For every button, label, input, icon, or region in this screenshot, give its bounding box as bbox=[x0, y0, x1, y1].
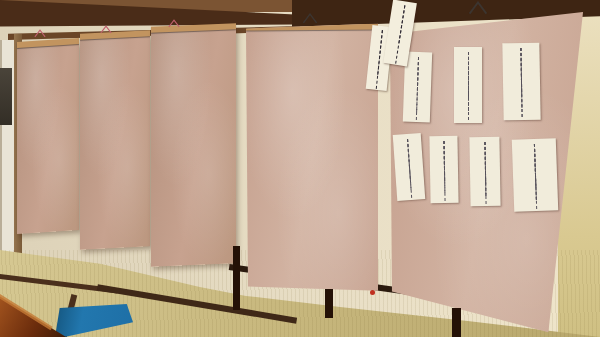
wire-hook-icon bbox=[34, 29, 46, 38]
comment-strip bbox=[502, 43, 540, 121]
calligraphy-board-left-1 bbox=[17, 42, 79, 234]
stand-leg bbox=[325, 289, 333, 318]
stand-leg bbox=[233, 246, 240, 310]
wire-hook-icon bbox=[100, 25, 112, 34]
hanging-wire-icon bbox=[168, 19, 180, 28]
calligraphy-board-left-2 bbox=[80, 34, 150, 250]
calligraphy-board-center bbox=[246, 23, 378, 294]
comment-strip bbox=[512, 138, 558, 211]
calligraphy-board-left-3 bbox=[151, 27, 236, 267]
comment-strip bbox=[393, 133, 426, 201]
hanging-wire-icon bbox=[100, 25, 112, 34]
wire-hook-icon bbox=[302, 13, 318, 24]
hanging-wire-icon bbox=[466, 1, 490, 15]
comment-strip bbox=[429, 136, 458, 203]
exhibit-room-photo bbox=[0, 0, 600, 337]
hanging-wire-icon bbox=[302, 13, 318, 24]
comment-strip bbox=[469, 137, 500, 207]
hanging-wire-icon bbox=[34, 29, 46, 38]
red-pin bbox=[370, 290, 375, 295]
comment-strip bbox=[454, 47, 482, 123]
hanging-scroll bbox=[0, 68, 12, 125]
wire-hook-icon bbox=[168, 19, 180, 28]
stand-leg bbox=[452, 308, 461, 337]
wire-hook-icon bbox=[466, 1, 490, 15]
